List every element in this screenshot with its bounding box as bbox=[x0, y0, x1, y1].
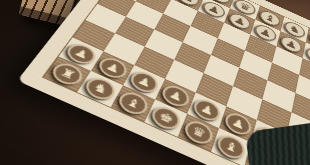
piece-glyph: ♚ bbox=[155, 106, 176, 130]
piece-glyph: ♛ bbox=[189, 120, 209, 145]
piece-glyph: ♜ bbox=[55, 63, 80, 86]
piece-glyph: ♟ bbox=[166, 85, 186, 108]
piece-glyph: ♟ bbox=[229, 112, 247, 135]
piece-glyph: ♟ bbox=[197, 99, 216, 122]
piece-glyph: ♟ bbox=[102, 57, 124, 79]
piece-glyph: ♟ bbox=[134, 71, 155, 93]
piece-glyph: ♝ bbox=[222, 134, 241, 159]
piece-glyph: ♝ bbox=[122, 92, 145, 116]
piece-glyph: ♞ bbox=[88, 77, 112, 100]
piece-glyph: ♟ bbox=[70, 43, 94, 64]
photo-scene: ♜♞♝♚♛♝♞♜♟♟♟♟♟♟♟♟♟♟♟♟♟♟♟♟♜♞♝♚♛♝♞♜ bbox=[0, 0, 310, 165]
